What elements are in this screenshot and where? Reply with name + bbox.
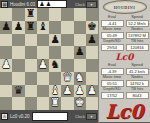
square-b7[interactable]: ♟	[12, 21, 24, 34]
square-b5[interactable]	[12, 46, 24, 59]
square-a7[interactable]: ♟	[0, 21, 12, 34]
white-queen: ♛	[62, 72, 72, 85]
square-a3[interactable]	[0, 72, 12, 85]
square-a1[interactable]	[0, 97, 12, 110]
captured-piece-icon: ♟	[46, 1, 51, 7]
square-g1[interactable]: ♚	[74, 97, 86, 110]
square-g3[interactable]: ♞	[74, 72, 86, 85]
square-b1[interactable]	[12, 97, 24, 110]
captured-white-pawn-icon: ♙	[137, 122, 143, 123]
square-h6[interactable]: ♟	[86, 34, 98, 47]
square-f1[interactable]	[61, 97, 73, 110]
white-engine-bar: ♙ Lc0 v0.20 Clock ▾	[0, 110, 98, 123]
square-e1[interactable]: ♜	[49, 97, 61, 110]
black-pawn: ♟	[75, 46, 85, 59]
captured-white-pawn-icon: ♙	[106, 122, 112, 123]
square-b3[interactable]	[12, 72, 24, 85]
square-e6[interactable]: ♟	[49, 34, 61, 47]
chess-gui-window: ▦ Houdini 6.03 ♟♟ Clock ▾ ♜♟♟♜♝♚♟♟♟♟♟♞♛♞…	[0, 0, 150, 123]
square-f3[interactable]: ♛	[61, 72, 73, 85]
square-c5[interactable]	[25, 46, 37, 59]
lc0-stats-grid: EvalSpeed-4.3941.2 kn/sMove timeNodes05:…	[99, 62, 150, 100]
square-d6[interactable]	[37, 34, 49, 47]
square-b8[interactable]	[12, 8, 24, 21]
square-b4[interactable]	[12, 59, 24, 72]
captured-white-pawn-icon: ♙	[114, 122, 120, 123]
square-f8[interactable]	[61, 8, 73, 21]
square-a8[interactable]	[0, 8, 12, 21]
square-h8[interactable]	[86, 8, 98, 21]
square-f6[interactable]	[61, 34, 73, 47]
black-pawn: ♟	[13, 21, 23, 34]
stat-value: 29/54	[101, 44, 124, 52]
clock-label-bottom: Clock	[75, 114, 85, 119]
white-pawn: ♟	[87, 85, 97, 98]
black-rook: ♜	[26, 8, 36, 21]
captured-pieces-tray: ♙♙♙♙♙	[99, 122, 150, 123]
white-pawn: ♟	[62, 85, 72, 98]
square-d2[interactable]	[37, 85, 49, 98]
captured-white-pawn-icon: ♙	[129, 122, 135, 123]
square-g8[interactable]	[74, 8, 86, 21]
lc0-logo: Lc0	[99, 100, 150, 122]
black-rook: ♜	[26, 21, 36, 34]
white-king: ♚	[75, 97, 85, 110]
square-h5[interactable]	[86, 46, 98, 59]
black-engine-name: Houdini 6.03	[10, 2, 35, 7]
square-e8[interactable]	[49, 8, 61, 21]
material-diff-box-top: ♟♟	[37, 0, 67, 8]
square-h3[interactable]	[86, 72, 98, 85]
square-d1[interactable]	[37, 97, 49, 110]
square-c2[interactable]	[25, 85, 37, 98]
square-f7[interactable]	[61, 21, 73, 34]
houdini-logo: HOUDINI	[103, 0, 147, 14]
square-h7[interactable]: ♚	[86, 21, 98, 34]
square-d4[interactable]: ♟	[37, 59, 49, 72]
square-c6[interactable]	[25, 34, 37, 47]
captured-white-pawn-icon: ♙	[121, 122, 127, 123]
square-g7[interactable]	[74, 21, 86, 34]
black-bishop: ♝	[38, 21, 48, 34]
engine-icon: ▦	[1, 1, 8, 8]
square-f4[interactable]	[61, 59, 73, 72]
houdini-logo-text: HOUDINI	[114, 5, 136, 10]
square-h2[interactable]: ♟	[86, 85, 98, 98]
square-c8[interactable]: ♜	[25, 8, 37, 21]
square-c7[interactable]: ♜	[25, 21, 37, 34]
engine-info-panel: HOUDINI EvalSpeed-4.4152.2 Mn/sMove time…	[98, 0, 150, 123]
black-engine-bar: ▦ Houdini 6.03 ♟♟ Clock ▾	[0, 0, 98, 8]
black-pawn: ♟	[1, 21, 11, 34]
white-knight: ♞	[75, 72, 85, 85]
black-queen: ♛	[13, 85, 23, 98]
square-a2[interactable]	[0, 85, 12, 98]
white-rook: ♜	[50, 97, 60, 110]
square-c4[interactable]	[25, 59, 37, 72]
square-b2[interactable]: ♛	[12, 85, 24, 98]
white-pawn: ♟	[1, 59, 11, 72]
square-a6[interactable]	[0, 34, 12, 47]
black-pawn: ♟	[87, 34, 97, 47]
black-pawn: ♟	[50, 34, 60, 47]
material-diff-box-bottom	[32, 112, 68, 121]
chess-board[interactable]: ♜♟♟♜♝♚♟♟♟♟♟♞♛♞♛♝♟♟♟♜♚	[0, 8, 98, 110]
clock-dropdown-bottom[interactable]: ▾	[86, 113, 97, 120]
lc0-name-header: Lc0	[99, 52, 150, 62]
captured-piece-icon: ♟	[39, 1, 44, 7]
white-pawn-icon: ♙	[1, 113, 8, 120]
square-b6[interactable]	[12, 34, 24, 47]
square-c3[interactable]	[25, 72, 37, 85]
square-g5[interactable]: ♟	[74, 46, 86, 59]
square-d3[interactable]	[37, 72, 49, 85]
white-engine-name: Lc0 v0.20	[10, 114, 30, 119]
houdini-stats-grid: EvalSpeed-4.4152.2 Mn/sMove timeNodes05:…	[99, 14, 150, 52]
square-d7[interactable]: ♝	[37, 21, 49, 34]
stat-value: 120816	[126, 44, 149, 52]
square-a4[interactable]: ♟	[0, 59, 12, 72]
stat-value: 8043	[126, 92, 149, 100]
square-h1[interactable]	[86, 97, 98, 110]
clock-label-top: Clock	[75, 2, 85, 7]
square-e7[interactable]	[49, 21, 61, 34]
clock-dropdown-top[interactable]: ▾	[86, 1, 97, 8]
lc0-logo-text: Lc0	[105, 100, 143, 122]
black-king: ♚	[87, 21, 97, 34]
square-e4[interactable]: ♞	[49, 59, 61, 72]
black-knight: ♞	[50, 59, 60, 72]
square-c1[interactable]	[25, 97, 37, 110]
stat-value: 17/52	[101, 92, 124, 100]
white-pawn: ♟	[38, 59, 48, 72]
lc0-name-text: Lc0	[115, 52, 133, 62]
square-f5[interactable]	[61, 46, 73, 59]
square-f2[interactable]: ♟	[61, 85, 73, 98]
square-g4[interactable]	[74, 59, 86, 72]
square-e3[interactable]	[49, 72, 61, 85]
square-d8[interactable]	[37, 8, 49, 21]
square-h4[interactable]	[86, 59, 98, 72]
